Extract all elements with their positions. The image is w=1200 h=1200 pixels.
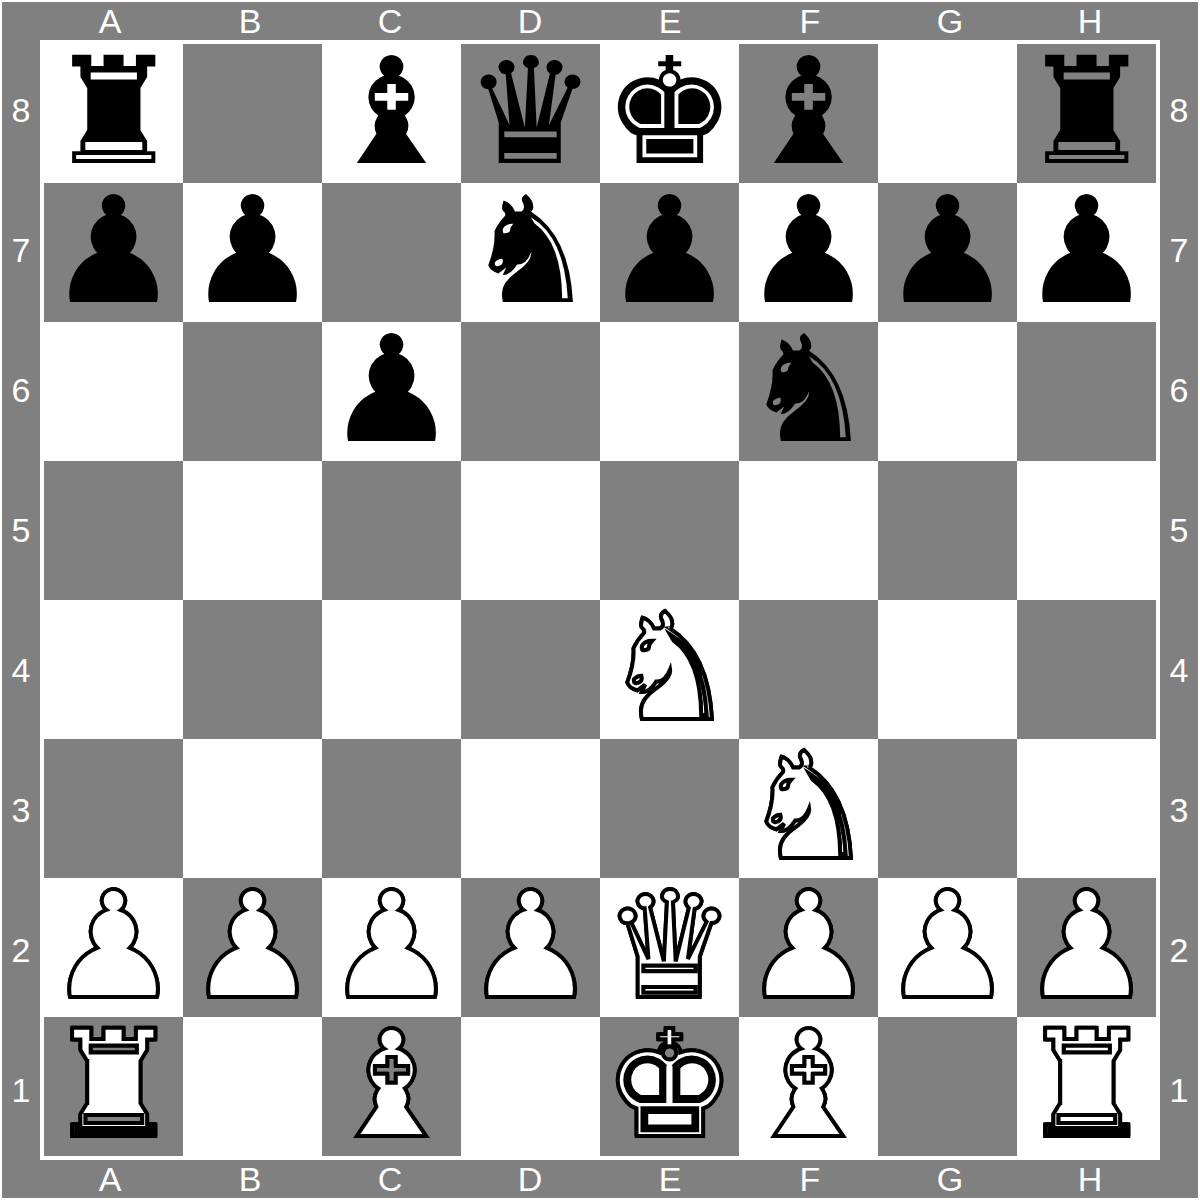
square-c2[interactable]: ♟ (322, 878, 461, 1017)
rank-label-left-6: 6 (2, 320, 40, 460)
rank-label-right-4: 4 (1160, 600, 1198, 740)
piece-white-pawn: ♟ (186, 878, 319, 1017)
square-c6[interactable]: ♟ (322, 322, 461, 461)
rank-label-right-6: 6 (1160, 320, 1198, 460)
rank-label-left-8: 8 (2, 40, 40, 180)
piece-white-pawn: ♟ (47, 878, 180, 1017)
square-b7[interactable]: ♟ (183, 183, 322, 322)
square-h8[interactable]: ♜ (1017, 44, 1156, 183)
piece-white-pawn: ♟ (1020, 878, 1153, 1017)
square-a3[interactable] (44, 739, 183, 878)
square-e6[interactable] (600, 322, 739, 461)
rank-label-right-8: 8 (1160, 40, 1198, 180)
chess-diagram-page: ABCDEFGH ABCDEFGH 87654321 87654321 ♜♝♛♚… (0, 0, 1200, 1200)
file-label-bottom-a: A (40, 1160, 180, 1199)
square-g4[interactable] (878, 600, 1017, 739)
square-h4[interactable] (1017, 600, 1156, 739)
square-h5[interactable] (1017, 461, 1156, 600)
square-f3[interactable]: ♞ (739, 739, 878, 878)
square-b6[interactable] (183, 322, 322, 461)
piece-white-bishop: ♝ (742, 1017, 875, 1156)
square-c7[interactable] (322, 183, 461, 322)
file-label-bottom-c: C (320, 1160, 460, 1199)
square-h6[interactable] (1017, 322, 1156, 461)
square-g2[interactable]: ♟ (878, 878, 1017, 1017)
file-label-top-e: E (600, 2, 740, 41)
square-g6[interactable] (878, 322, 1017, 461)
square-b2[interactable]: ♟ (183, 878, 322, 1017)
rank-label-left-2: 2 (2, 880, 40, 1020)
square-b3[interactable] (183, 739, 322, 878)
piece-black-pawn: ♟ (186, 183, 319, 322)
rank-label-left-4: 4 (2, 600, 40, 740)
square-c5[interactable] (322, 461, 461, 600)
square-h1[interactable]: ♜ (1017, 1017, 1156, 1156)
piece-white-king: ♚ (603, 1017, 736, 1156)
square-c4[interactable] (322, 600, 461, 739)
square-e1[interactable]: ♚ (600, 1017, 739, 1156)
piece-white-pawn: ♟ (464, 878, 597, 1017)
square-g8[interactable] (878, 44, 1017, 183)
square-a8[interactable]: ♜ (44, 44, 183, 183)
rank-label-left-1: 1 (2, 1020, 40, 1160)
piece-black-bishop: ♝ (742, 44, 875, 183)
rank-label-right-7: 7 (1160, 180, 1198, 320)
square-c1[interactable]: ♝ (322, 1017, 461, 1156)
square-f8[interactable]: ♝ (739, 44, 878, 183)
square-e2[interactable]: ♛ (600, 878, 739, 1017)
square-h3[interactable] (1017, 739, 1156, 878)
square-e5[interactable] (600, 461, 739, 600)
square-d1[interactable] (461, 1017, 600, 1156)
file-label-bottom-h: H (1020, 1160, 1160, 1199)
square-a4[interactable] (44, 600, 183, 739)
square-a1[interactable]: ♜ (44, 1017, 183, 1156)
piece-black-king: ♚ (603, 44, 736, 183)
square-e4[interactable]: ♞ (600, 600, 739, 739)
rank-label-right-3: 3 (1160, 740, 1198, 880)
square-a6[interactable] (44, 322, 183, 461)
piece-black-pawn: ♟ (47, 183, 180, 322)
file-label-bottom-d: D (460, 1160, 600, 1199)
file-labels-bottom: ABCDEFGH (40, 1160, 1160, 1198)
piece-black-bishop: ♝ (325, 44, 458, 183)
piece-white-bishop: ♝ (325, 1017, 458, 1156)
square-h7[interactable]: ♟ (1017, 183, 1156, 322)
file-label-bottom-e: E (600, 1160, 740, 1199)
piece-white-rook: ♜ (47, 1017, 180, 1156)
file-label-top-d: D (460, 2, 600, 41)
piece-white-pawn: ♟ (325, 878, 458, 1017)
square-a5[interactable] (44, 461, 183, 600)
piece-black-pawn: ♟ (603, 183, 736, 322)
file-labels-top: ABCDEFGH (40, 2, 1160, 40)
piece-black-pawn: ♟ (881, 183, 1014, 322)
square-f1[interactable]: ♝ (739, 1017, 878, 1156)
square-g5[interactable] (878, 461, 1017, 600)
square-f7[interactable]: ♟ (739, 183, 878, 322)
square-f2[interactable]: ♟ (739, 878, 878, 1017)
piece-white-pawn: ♟ (742, 878, 875, 1017)
square-e7[interactable]: ♟ (600, 183, 739, 322)
square-e3[interactable] (600, 739, 739, 878)
square-g3[interactable] (878, 739, 1017, 878)
rank-label-right-2: 2 (1160, 880, 1198, 1020)
square-d5[interactable] (461, 461, 600, 600)
square-b1[interactable] (183, 1017, 322, 1156)
square-d2[interactable]: ♟ (461, 878, 600, 1017)
file-label-top-b: B (180, 2, 320, 41)
file-label-bottom-b: B (180, 1160, 320, 1199)
file-label-top-g: G (880, 2, 1020, 41)
square-f5[interactable] (739, 461, 878, 600)
square-g7[interactable]: ♟ (878, 183, 1017, 322)
square-a7[interactable]: ♟ (44, 183, 183, 322)
piece-black-pawn: ♟ (742, 183, 875, 322)
square-g1[interactable] (878, 1017, 1017, 1156)
piece-white-pawn: ♟ (881, 878, 1014, 1017)
square-b4[interactable] (183, 600, 322, 739)
piece-black-knight: ♞ (464, 183, 597, 322)
file-label-bottom-f: F (740, 1160, 880, 1199)
square-b5[interactable] (183, 461, 322, 600)
square-h2[interactable]: ♟ (1017, 878, 1156, 1017)
file-label-top-c: C (320, 2, 460, 41)
piece-black-pawn: ♟ (1020, 183, 1153, 322)
square-f4[interactable] (739, 600, 878, 739)
square-d8[interactable]: ♛ (461, 44, 600, 183)
square-f6[interactable]: ♞ (739, 322, 878, 461)
rank-label-left-5: 5 (2, 460, 40, 600)
square-d4[interactable] (461, 600, 600, 739)
file-label-top-a: A (40, 2, 180, 41)
square-c3[interactable] (322, 739, 461, 878)
square-e8[interactable]: ♚ (600, 44, 739, 183)
rank-label-left-3: 3 (2, 740, 40, 880)
piece-white-queen: ♛ (603, 878, 736, 1017)
piece-white-knight: ♞ (742, 739, 875, 878)
file-label-bottom-g: G (880, 1160, 1020, 1199)
rank-label-left-7: 7 (2, 180, 40, 320)
rank-label-right-1: 1 (1160, 1020, 1198, 1160)
chess-board: ♜♝♛♚♝♜♟♟♞♟♟♟♟♟♞♞♞♟♟♟♟♛♟♟♟♜♝♚♝♜ (40, 40, 1160, 1160)
rank-label-right-5: 5 (1160, 460, 1198, 600)
square-c8[interactable]: ♝ (322, 44, 461, 183)
square-b8[interactable] (183, 44, 322, 183)
file-label-top-f: F (740, 2, 880, 41)
piece-black-knight: ♞ (742, 322, 875, 461)
piece-black-rook: ♜ (1020, 44, 1153, 183)
piece-black-queen: ♛ (464, 44, 597, 183)
piece-black-rook: ♜ (47, 44, 180, 183)
file-label-top-h: H (1020, 2, 1160, 41)
rank-labels-right: 87654321 (1160, 40, 1198, 1160)
square-d7[interactable]: ♞ (461, 183, 600, 322)
square-d3[interactable] (461, 739, 600, 878)
rank-labels-left: 87654321 (2, 40, 40, 1160)
square-a2[interactable]: ♟ (44, 878, 183, 1017)
piece-black-pawn: ♟ (325, 322, 458, 461)
piece-white-rook: ♜ (1020, 1017, 1153, 1156)
piece-white-knight: ♞ (603, 600, 736, 739)
square-d6[interactable] (461, 322, 600, 461)
